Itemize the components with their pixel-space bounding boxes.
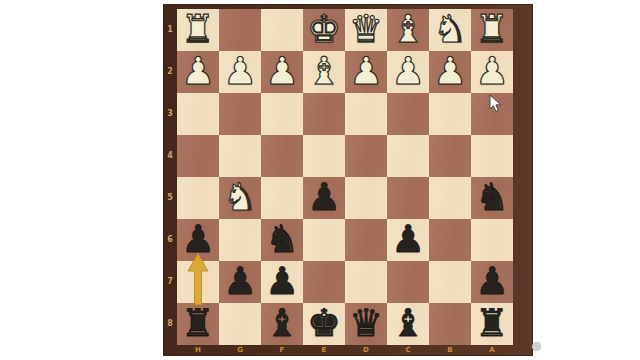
file-label-g: G	[219, 345, 261, 356]
piece-white-king: ♚	[303, 9, 345, 51]
square-a6[interactable]	[471, 219, 513, 261]
square-b4[interactable]	[429, 135, 471, 177]
square-g8[interactable]	[219, 303, 261, 345]
square-f5[interactable]	[261, 177, 303, 219]
square-g2[interactable]: ♟	[219, 51, 261, 93]
square-d5[interactable]	[345, 177, 387, 219]
file-label-e: E	[303, 345, 345, 356]
square-c7[interactable]	[387, 261, 429, 303]
piece-white-knight: ♞	[219, 177, 261, 219]
square-e8[interactable]: ♚	[303, 303, 345, 345]
square-f1[interactable]	[261, 9, 303, 51]
rank-label-2: 2	[163, 51, 177, 93]
square-f4[interactable]	[261, 135, 303, 177]
piece-black-pawn: ♟	[387, 219, 429, 261]
file-label-a: A	[471, 345, 513, 356]
file-label-f: F	[261, 345, 303, 356]
square-b7[interactable]	[429, 261, 471, 303]
square-h2[interactable]: ♟	[177, 51, 219, 93]
square-e3[interactable]	[303, 93, 345, 135]
rank-label-1: 1	[163, 9, 177, 51]
piece-white-pawn: ♟	[429, 51, 471, 93]
square-d7[interactable]	[345, 261, 387, 303]
piece-black-king: ♚	[303, 303, 345, 345]
piece-white-rook: ♜	[177, 9, 219, 51]
square-e1[interactable]: ♚	[303, 9, 345, 51]
piece-black-queen: ♛	[345, 303, 387, 345]
piece-black-bishop: ♝	[261, 303, 303, 345]
piece-white-rook: ♜	[471, 9, 513, 51]
rank-label-5: 5	[163, 177, 177, 219]
square-c1[interactable]: ♝	[387, 9, 429, 51]
square-e2[interactable]: ♝	[303, 51, 345, 93]
square-g3[interactable]	[219, 93, 261, 135]
square-c4[interactable]	[387, 135, 429, 177]
square-h7[interactable]	[177, 261, 219, 303]
file-labels: HGFEDCBA	[177, 345, 513, 356]
square-g4[interactable]	[219, 135, 261, 177]
rank-labels: 12345678	[163, 9, 177, 345]
square-c8[interactable]: ♝	[387, 303, 429, 345]
square-b1[interactable]: ♞	[429, 9, 471, 51]
square-a2[interactable]: ♟	[471, 51, 513, 93]
file-label-h: H	[177, 345, 219, 356]
square-f8[interactable]: ♝	[261, 303, 303, 345]
square-a7[interactable]: ♟	[471, 261, 513, 303]
square-d2[interactable]: ♟	[345, 51, 387, 93]
piece-white-bishop: ♝	[387, 9, 429, 51]
file-label-c: C	[387, 345, 429, 356]
chess-board: 12345678 ♜♚♛♝♞♜♟♟♟♝♟♟♟♟♞♟♞♟♞♟♟♟♟♜♝♚♛♝♜ H…	[163, 4, 533, 356]
piece-black-pawn: ♟	[303, 177, 345, 219]
piece-black-pawn: ♟	[261, 261, 303, 303]
piece-black-rook: ♜	[177, 303, 219, 345]
square-b5[interactable]	[429, 177, 471, 219]
piece-black-bishop: ♝	[387, 303, 429, 345]
piece-white-pawn: ♟	[345, 51, 387, 93]
square-h5[interactable]	[177, 177, 219, 219]
rank-label-3: 3	[163, 93, 177, 135]
square-f6[interactable]: ♞	[261, 219, 303, 261]
piece-white-pawn: ♟	[219, 51, 261, 93]
square-b2[interactable]: ♟	[429, 51, 471, 93]
square-h3[interactable]	[177, 93, 219, 135]
square-g6[interactable]	[219, 219, 261, 261]
piece-white-pawn: ♟	[261, 51, 303, 93]
turn-indicator-dot	[532, 342, 541, 351]
piece-black-pawn: ♟	[471, 261, 513, 303]
square-c6[interactable]: ♟	[387, 219, 429, 261]
square-a8[interactable]: ♜	[471, 303, 513, 345]
piece-white-knight: ♞	[429, 9, 471, 51]
square-f2[interactable]: ♟	[261, 51, 303, 93]
square-e5[interactable]: ♟	[303, 177, 345, 219]
piece-white-bishop: ♝	[303, 51, 345, 93]
square-b8[interactable]	[429, 303, 471, 345]
square-c3[interactable]	[387, 93, 429, 135]
square-a3[interactable]	[471, 93, 513, 135]
square-b6[interactable]	[429, 219, 471, 261]
piece-black-rook: ♜	[471, 303, 513, 345]
square-a4[interactable]	[471, 135, 513, 177]
piece-white-queen: ♛	[345, 9, 387, 51]
square-a1[interactable]: ♜	[471, 9, 513, 51]
square-e7[interactable]	[303, 261, 345, 303]
rank-label-8: 8	[163, 303, 177, 345]
square-e6[interactable]	[303, 219, 345, 261]
square-d4[interactable]	[345, 135, 387, 177]
square-d1[interactable]: ♛	[345, 9, 387, 51]
square-h1[interactable]: ♜	[177, 9, 219, 51]
square-h4[interactable]	[177, 135, 219, 177]
square-e4[interactable]	[303, 135, 345, 177]
square-d8[interactable]: ♛	[345, 303, 387, 345]
piece-white-pawn: ♟	[471, 51, 513, 93]
square-h8[interactable]: ♜	[177, 303, 219, 345]
square-f7[interactable]: ♟	[261, 261, 303, 303]
rank-label-6: 6	[163, 219, 177, 261]
square-f3[interactable]	[261, 93, 303, 135]
rank-label-4: 4	[163, 135, 177, 177]
square-g1[interactable]	[219, 9, 261, 51]
piece-white-pawn: ♟	[387, 51, 429, 93]
file-label-d: D	[345, 345, 387, 356]
square-d3[interactable]	[345, 93, 387, 135]
piece-black-knight: ♞	[261, 219, 303, 261]
piece-black-pawn: ♟	[219, 261, 261, 303]
square-d6[interactable]	[345, 219, 387, 261]
square-c2[interactable]: ♟	[387, 51, 429, 93]
piece-white-pawn: ♟	[177, 51, 219, 93]
piece-black-knight: ♞	[471, 177, 513, 219]
piece-black-pawn: ♟	[177, 219, 219, 261]
square-b3[interactable]	[429, 93, 471, 135]
square-g5[interactable]: ♞	[219, 177, 261, 219]
rank-label-7: 7	[163, 261, 177, 303]
square-c5[interactable]	[387, 177, 429, 219]
square-a5[interactable]: ♞	[471, 177, 513, 219]
square-g7[interactable]: ♟	[219, 261, 261, 303]
square-h6[interactable]: ♟	[177, 219, 219, 261]
file-label-b: B	[429, 345, 471, 356]
board-grid: ♜♚♛♝♞♜♟♟♟♝♟♟♟♟♞♟♞♟♞♟♟♟♟♜♝♚♛♝♜	[177, 9, 513, 345]
